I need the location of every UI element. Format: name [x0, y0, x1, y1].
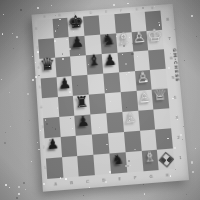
square-f1	[125, 151, 143, 173]
dust-speck	[191, 161, 193, 163]
square-b3	[59, 116, 76, 137]
square-a1	[46, 157, 63, 179]
coord-label: H	[166, 173, 169, 177]
square-c7: ♟	[69, 36, 86, 57]
square-a4	[42, 97, 59, 118]
square-f5	[119, 71, 136, 92]
piece-black-pawn: ♟	[70, 35, 84, 51]
square-b1	[62, 156, 79, 178]
square-f2	[124, 131, 142, 152]
coord-label: 2	[177, 136, 180, 140]
piece-white-bishop: ♗	[116, 31, 131, 48]
dust-speck	[51, 5, 52, 6]
coord-label: 8	[166, 18, 169, 22]
square-e3	[106, 112, 123, 133]
square-c3: ♟	[75, 114, 92, 135]
dust-speck	[16, 197, 18, 199]
dust-speck	[192, 171, 194, 173]
square-d2	[92, 133, 109, 154]
dust-speck	[184, 60, 185, 61]
dust-speck	[16, 36, 18, 38]
dust-speck	[27, 93, 29, 95]
square-c2	[76, 135, 93, 156]
dust-speck	[5, 132, 6, 133]
coord-label: 7	[168, 37, 171, 41]
square-b8	[52, 18, 69, 38]
square-g4: ♙	[136, 90, 153, 111]
dust-speck	[5, 184, 7, 186]
chess-board: ♚♟♞♗♙♔♛♝♟♟♙♜♙♕♟♙♟♞♗ ABCDEFGH ABCDEFGH 87…	[32, 4, 190, 192]
piece-black-pawn: ♟	[46, 138, 59, 153]
dust-speck	[32, 79, 34, 81]
square-a2: ♟	[45, 137, 62, 158]
dust-speck	[144, 193, 145, 194]
square-f6	[117, 52, 134, 73]
piece-white-pawn: ♙	[136, 70, 150, 85]
piece-white-bishop: ♗	[143, 150, 157, 165]
dust-speck	[1, 79, 2, 80]
square-a3	[43, 117, 60, 138]
square-b7	[54, 37, 71, 58]
square-h1	[157, 148, 175, 170]
square-h4: ♕	[152, 88, 169, 109]
coord-label: E	[118, 177, 121, 181]
piece-black-pawn: ♟	[58, 76, 72, 91]
square-g1: ♗	[141, 150, 159, 172]
dust-speck	[83, 195, 84, 196]
coord-label: B	[70, 181, 73, 185]
dust-speck	[20, 9, 22, 11]
piece-black-king: ♚	[68, 14, 85, 32]
brand-text: GM-CHESS	[172, 48, 180, 82]
dust-speck	[32, 56, 33, 57]
dust-speck	[9, 92, 10, 93]
dust-speck	[113, 4, 115, 6]
square-h6	[148, 49, 165, 70]
square-d6: ♝	[86, 54, 103, 75]
coord-label: 1	[179, 156, 182, 160]
square-e1: ♞	[110, 152, 128, 174]
square-g7: ♙	[131, 31, 148, 52]
coord-label: A	[54, 182, 57, 186]
piece-black-knight: ♞	[112, 153, 125, 167]
piece-black-pawn: ♟	[77, 115, 90, 130]
dust-speck	[31, 161, 32, 162]
square-f3: ♙	[122, 111, 139, 132]
dust-speck	[23, 182, 25, 184]
dust-speck	[195, 148, 196, 149]
dust-speck	[143, 184, 144, 185]
square-e5	[103, 72, 120, 93]
square-h2	[155, 128, 173, 149]
dust-speck	[4, 142, 6, 144]
coord-label: 4	[173, 96, 176, 100]
square-a8	[37, 19, 54, 39]
square-g3	[138, 110, 155, 131]
dust-speck	[196, 36, 197, 37]
piece-black-bishop: ♝	[87, 53, 102, 69]
square-a5	[41, 77, 58, 98]
dust-speck	[3, 14, 4, 15]
dust-speck	[9, 187, 10, 188]
square-d8	[83, 15, 100, 35]
piece-black-rook: ♜	[75, 94, 89, 110]
coord-label: F	[134, 176, 137, 180]
board-grid: ♚♟♞♗♙♔♛♝♟♟♙♜♙♕♟♙♟♞♗	[37, 11, 175, 179]
dust-speck	[12, 33, 13, 34]
coord-label: D	[102, 178, 105, 182]
coord-label: G	[149, 175, 153, 179]
dust-speck	[191, 15, 193, 17]
square-b5: ♟	[56, 76, 73, 97]
dust-speck	[2, 33, 4, 35]
piece-black-pawn: ♟	[103, 52, 117, 67]
piece-white-queen: ♕	[152, 87, 168, 104]
dust-speck	[25, 189, 26, 190]
brand-logo-icon	[158, 151, 174, 167]
piece-white-pawn: ♙	[138, 90, 152, 105]
square-h3	[154, 108, 172, 129]
dust-speck	[127, 3, 128, 4]
dust-speck	[18, 186, 20, 188]
square-f7: ♗	[116, 32, 133, 53]
coord-label: C	[86, 180, 89, 184]
piece-black-knight: ♞	[101, 33, 116, 49]
square-d5	[88, 74, 105, 95]
piece-white-king: ♔	[147, 27, 164, 45]
square-b2	[60, 136, 77, 157]
square-d4	[89, 93, 106, 114]
dust-speck	[186, 194, 187, 195]
square-d1	[94, 153, 111, 175]
square-e4	[105, 92, 122, 113]
square-d3	[91, 113, 108, 134]
square-c6	[71, 55, 88, 76]
piece-white-pawn: ♙	[124, 111, 137, 126]
coord-label: 3	[175, 116, 178, 120]
dust-speck	[29, 120, 30, 121]
dust-speck	[37, 142, 38, 143]
dust-speck	[18, 193, 19, 194]
square-b4	[58, 96, 75, 117]
square-a6: ♛	[39, 58, 56, 79]
piece-white-pawn: ♙	[132, 30, 147, 46]
piece-black-queen: ♛	[39, 56, 55, 74]
photo-of-chess-board: ♚♟♞♗♙♔♛♝♟♟♙♜♙♕♟♙♟♞♗ ABCDEFGH ABCDEFGH 87…	[0, 0, 200, 200]
dust-speck	[37, 7, 39, 9]
dust-speck	[13, 48, 14, 49]
dust-speck	[10, 126, 11, 127]
square-e2	[108, 132, 125, 153]
square-h7: ♔	[147, 30, 164, 51]
square-e6: ♟	[102, 53, 119, 74]
square-c1	[78, 155, 96, 177]
